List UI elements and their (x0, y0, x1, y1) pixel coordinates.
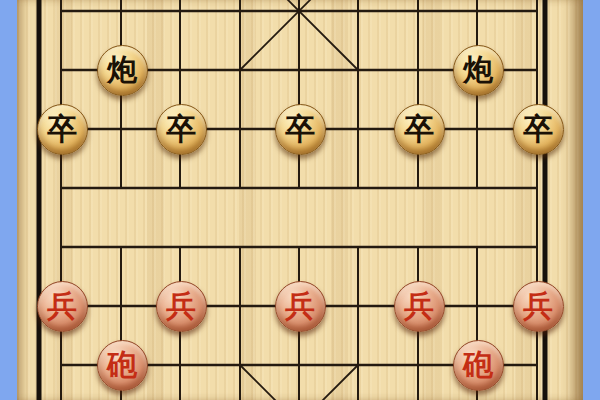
black-cannon-piece[interactable]: 炮 (453, 45, 504, 96)
black-soldier-piece[interactable]: 卒 (275, 104, 326, 155)
black-soldier-piece[interactable]: 卒 (37, 104, 88, 155)
red-cannon-piece[interactable]: 砲 (97, 340, 148, 391)
black-soldier-piece[interactable]: 卒 (513, 104, 564, 155)
red-soldier-piece[interactable]: 兵 (156, 281, 207, 332)
black-soldier-piece[interactable]: 卒 (156, 104, 207, 155)
red-soldier-piece[interactable]: 兵 (513, 281, 564, 332)
red-cannon-piece[interactable]: 砲 (453, 340, 504, 391)
pieces-layer: 炮炮卒卒卒卒卒兵兵兵兵兵砲砲 (0, 0, 600, 400)
red-soldier-piece[interactable]: 兵 (394, 281, 445, 332)
red-soldier-piece[interactable]: 兵 (37, 281, 88, 332)
xiangqi-app-window: 炮炮卒卒卒卒卒兵兵兵兵兵砲砲 (0, 0, 600, 400)
red-soldier-piece[interactable]: 兵 (275, 281, 326, 332)
black-cannon-piece[interactable]: 炮 (97, 45, 148, 96)
black-soldier-piece[interactable]: 卒 (394, 104, 445, 155)
